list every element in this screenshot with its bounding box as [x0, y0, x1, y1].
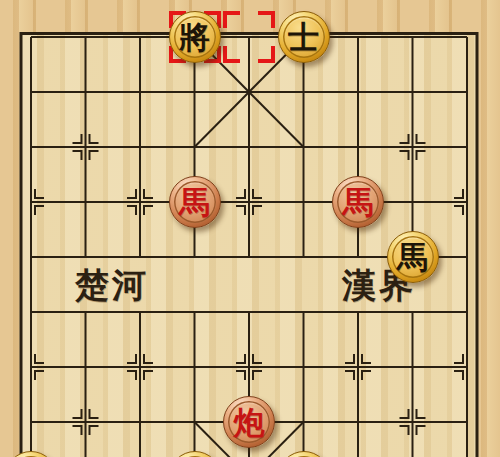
- piece-black-將[interactable]: 將: [169, 11, 221, 63]
- piece-face: 馬: [392, 236, 434, 278]
- piece-glyph: 士: [288, 21, 319, 53]
- piece-black-馬[interactable]: 馬: [387, 231, 439, 283]
- board-grid[interactable]: [0, 0, 500, 457]
- piece-face: 士: [283, 16, 325, 58]
- marker-corner-tl: [223, 11, 240, 28]
- piece-face: 炮: [228, 401, 270, 443]
- marker-corner-br: [258, 46, 275, 63]
- piece-black-士[interactable]: 士: [278, 11, 330, 63]
- piece-glyph: 炮: [234, 406, 265, 438]
- marker-corner-bl: [223, 46, 240, 63]
- piece-glyph: 馬: [343, 186, 374, 218]
- piece-red-炮[interactable]: 炮: [223, 396, 275, 448]
- piece-glyph: 馬: [179, 186, 210, 218]
- xiangqi-app-screenshot: { "game": "xiangqi", "board": { "files":…: [0, 0, 500, 457]
- river-label-chu-he: 楚河: [75, 263, 149, 309]
- last-move-marker-from: [223, 11, 275, 63]
- piece-face: 馬: [337, 181, 379, 223]
- piece-face: 將: [174, 16, 216, 58]
- marker-corner-tr: [258, 11, 275, 28]
- piece-glyph: 將: [179, 21, 210, 53]
- piece-glyph: 馬: [397, 241, 428, 273]
- piece-red-馬[interactable]: 馬: [332, 176, 384, 228]
- piece-red-馬[interactable]: 馬: [169, 176, 221, 228]
- piece-face: 馬: [174, 181, 216, 223]
